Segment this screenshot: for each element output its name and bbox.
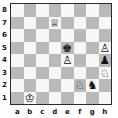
square-e6[interactable] xyxy=(61,29,74,42)
square-f2[interactable]: ♘ xyxy=(74,79,87,92)
square-g1[interactable] xyxy=(86,92,99,105)
square-g4[interactable] xyxy=(86,54,99,67)
square-e1[interactable] xyxy=(61,92,74,105)
piece-white-knight: ♘ xyxy=(74,79,87,92)
piece-white-queen: ♕ xyxy=(49,17,62,30)
square-b2[interactable] xyxy=(24,79,37,92)
piece-white-knight: ♘ xyxy=(99,67,112,80)
rank-label-4: 4 xyxy=(0,54,9,67)
square-a4[interactable] xyxy=(11,54,24,67)
rank-label-7: 7 xyxy=(0,17,9,30)
rank-labels: 87654321 xyxy=(0,4,9,104)
square-c1[interactable] xyxy=(36,92,49,105)
square-d2[interactable] xyxy=(49,79,62,92)
square-f7[interactable] xyxy=(74,17,87,30)
square-d8[interactable] xyxy=(49,4,62,17)
square-a6[interactable] xyxy=(11,29,24,42)
file-label-c: c xyxy=(36,106,49,117)
rank-label-5: 5 xyxy=(0,42,9,55)
square-h6[interactable] xyxy=(99,29,112,42)
square-a2[interactable] xyxy=(11,79,24,92)
square-b5[interactable] xyxy=(24,42,37,55)
file-label-h: h xyxy=(99,106,112,117)
square-b6[interactable] xyxy=(24,29,37,42)
square-e7[interactable] xyxy=(61,17,74,30)
square-h8[interactable] xyxy=(99,4,112,17)
square-h7[interactable] xyxy=(99,17,112,30)
square-h3[interactable]: ♘ xyxy=(99,67,112,80)
square-g8[interactable] xyxy=(86,4,99,17)
square-b4[interactable] xyxy=(24,54,37,67)
square-d3[interactable] xyxy=(49,67,62,80)
square-h2[interactable] xyxy=(99,79,112,92)
square-c2[interactable] xyxy=(36,79,49,92)
square-a7[interactable] xyxy=(11,17,24,30)
square-b8[interactable] xyxy=(24,4,37,17)
rank-label-2: 2 xyxy=(0,79,9,92)
square-h4[interactable]: ♟ xyxy=(99,54,112,67)
piece-white-pawn: ♙ xyxy=(61,54,74,67)
square-b3[interactable] xyxy=(24,67,37,80)
square-g7[interactable] xyxy=(86,17,99,30)
chess-board: ♕♚♙♙♟♘♘♞♔ xyxy=(10,3,112,105)
file-label-a: a xyxy=(11,106,24,117)
square-c4[interactable] xyxy=(36,54,49,67)
square-c3[interactable] xyxy=(36,67,49,80)
piece-white-king: ♔ xyxy=(24,92,37,105)
square-a8[interactable] xyxy=(11,4,24,17)
piece-black-knight: ♞ xyxy=(86,79,99,92)
square-f1[interactable] xyxy=(74,92,87,105)
file-label-g: g xyxy=(86,106,99,117)
square-c6[interactable] xyxy=(36,29,49,42)
square-c8[interactable] xyxy=(36,4,49,17)
square-d4[interactable] xyxy=(49,54,62,67)
square-d7[interactable]: ♕ xyxy=(49,17,62,30)
square-b7[interactable] xyxy=(24,17,37,30)
rank-label-3: 3 xyxy=(0,67,9,80)
square-e2[interactable] xyxy=(61,79,74,92)
square-c5[interactable] xyxy=(36,42,49,55)
square-f5[interactable] xyxy=(74,42,87,55)
square-c7[interactable] xyxy=(36,17,49,30)
square-d1[interactable] xyxy=(49,92,62,105)
square-e4[interactable]: ♙ xyxy=(61,54,74,67)
square-f6[interactable] xyxy=(74,29,87,42)
square-d6[interactable] xyxy=(49,29,62,42)
square-f8[interactable] xyxy=(74,4,87,17)
rank-label-8: 8 xyxy=(0,4,9,17)
chess-diagram: 87654321 ♕♚♙♙♟♘♘♞♔ abcdefgh xyxy=(0,0,118,118)
square-h1[interactable] xyxy=(99,92,112,105)
square-g6[interactable] xyxy=(86,29,99,42)
square-b1[interactable]: ♔ xyxy=(24,92,37,105)
square-g5[interactable] xyxy=(86,42,99,55)
square-f4[interactable] xyxy=(74,54,87,67)
square-a1[interactable] xyxy=(11,92,24,105)
piece-black-pawn: ♟ xyxy=(99,54,112,67)
rank-label-6: 6 xyxy=(0,29,9,42)
file-label-e: e xyxy=(61,106,74,117)
square-a5[interactable] xyxy=(11,42,24,55)
file-labels: abcdefgh xyxy=(11,106,111,117)
square-e3[interactable] xyxy=(61,67,74,80)
file-label-d: d xyxy=(49,106,62,117)
square-a3[interactable] xyxy=(11,67,24,80)
file-label-b: b xyxy=(24,106,37,117)
file-label-f: f xyxy=(74,106,87,117)
square-g2[interactable]: ♞ xyxy=(86,79,99,92)
square-e8[interactable] xyxy=(61,4,74,17)
square-d5[interactable] xyxy=(49,42,62,55)
rank-label-1: 1 xyxy=(0,92,9,105)
